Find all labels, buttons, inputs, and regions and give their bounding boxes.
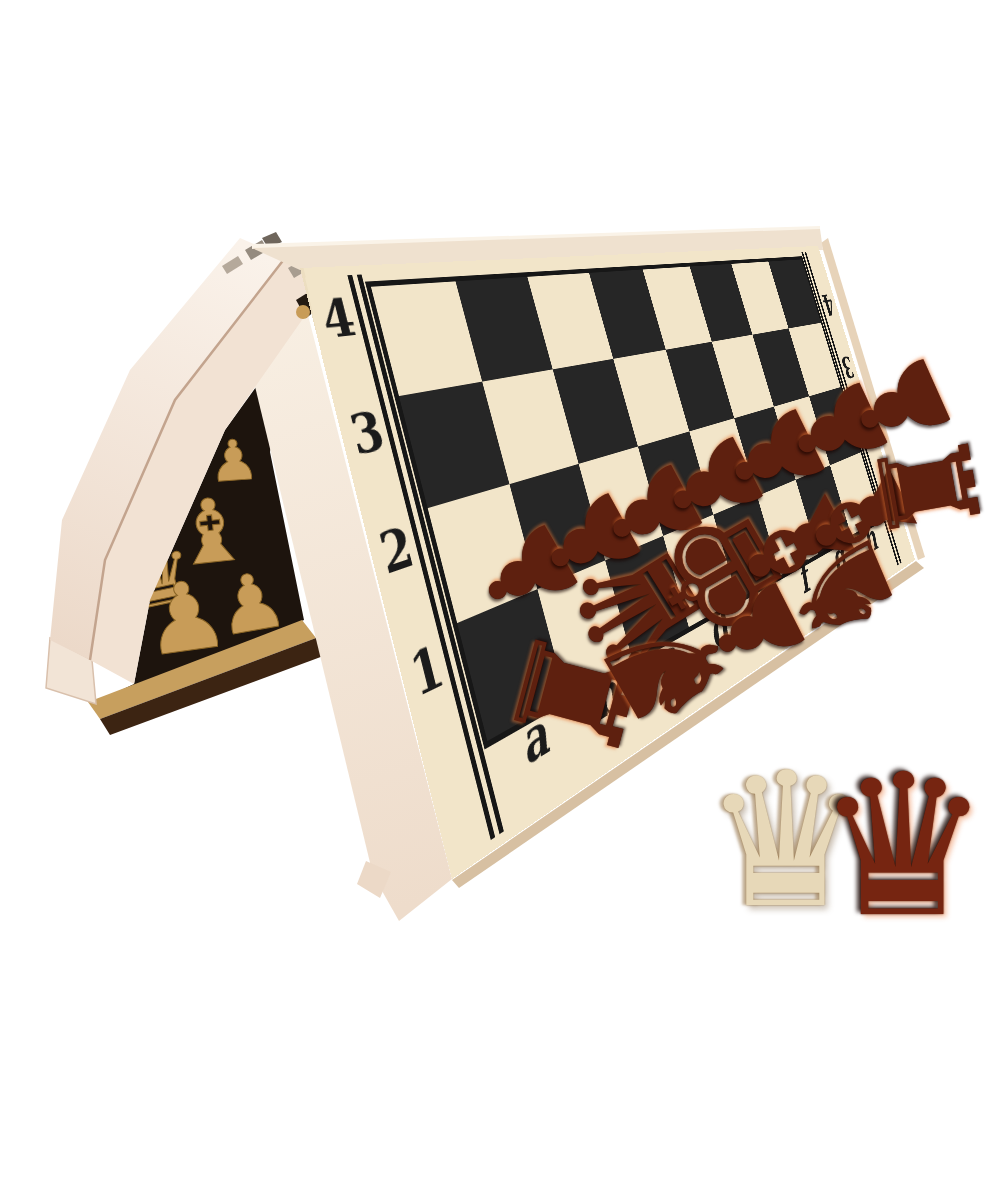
- standing-queen-dark: ♛: [815, 748, 991, 944]
- product-photo: ♛ ♝ ♟ ♟ ♟ 43214: [0, 0, 1000, 1200]
- apex-piece-glimpse: [296, 305, 310, 319]
